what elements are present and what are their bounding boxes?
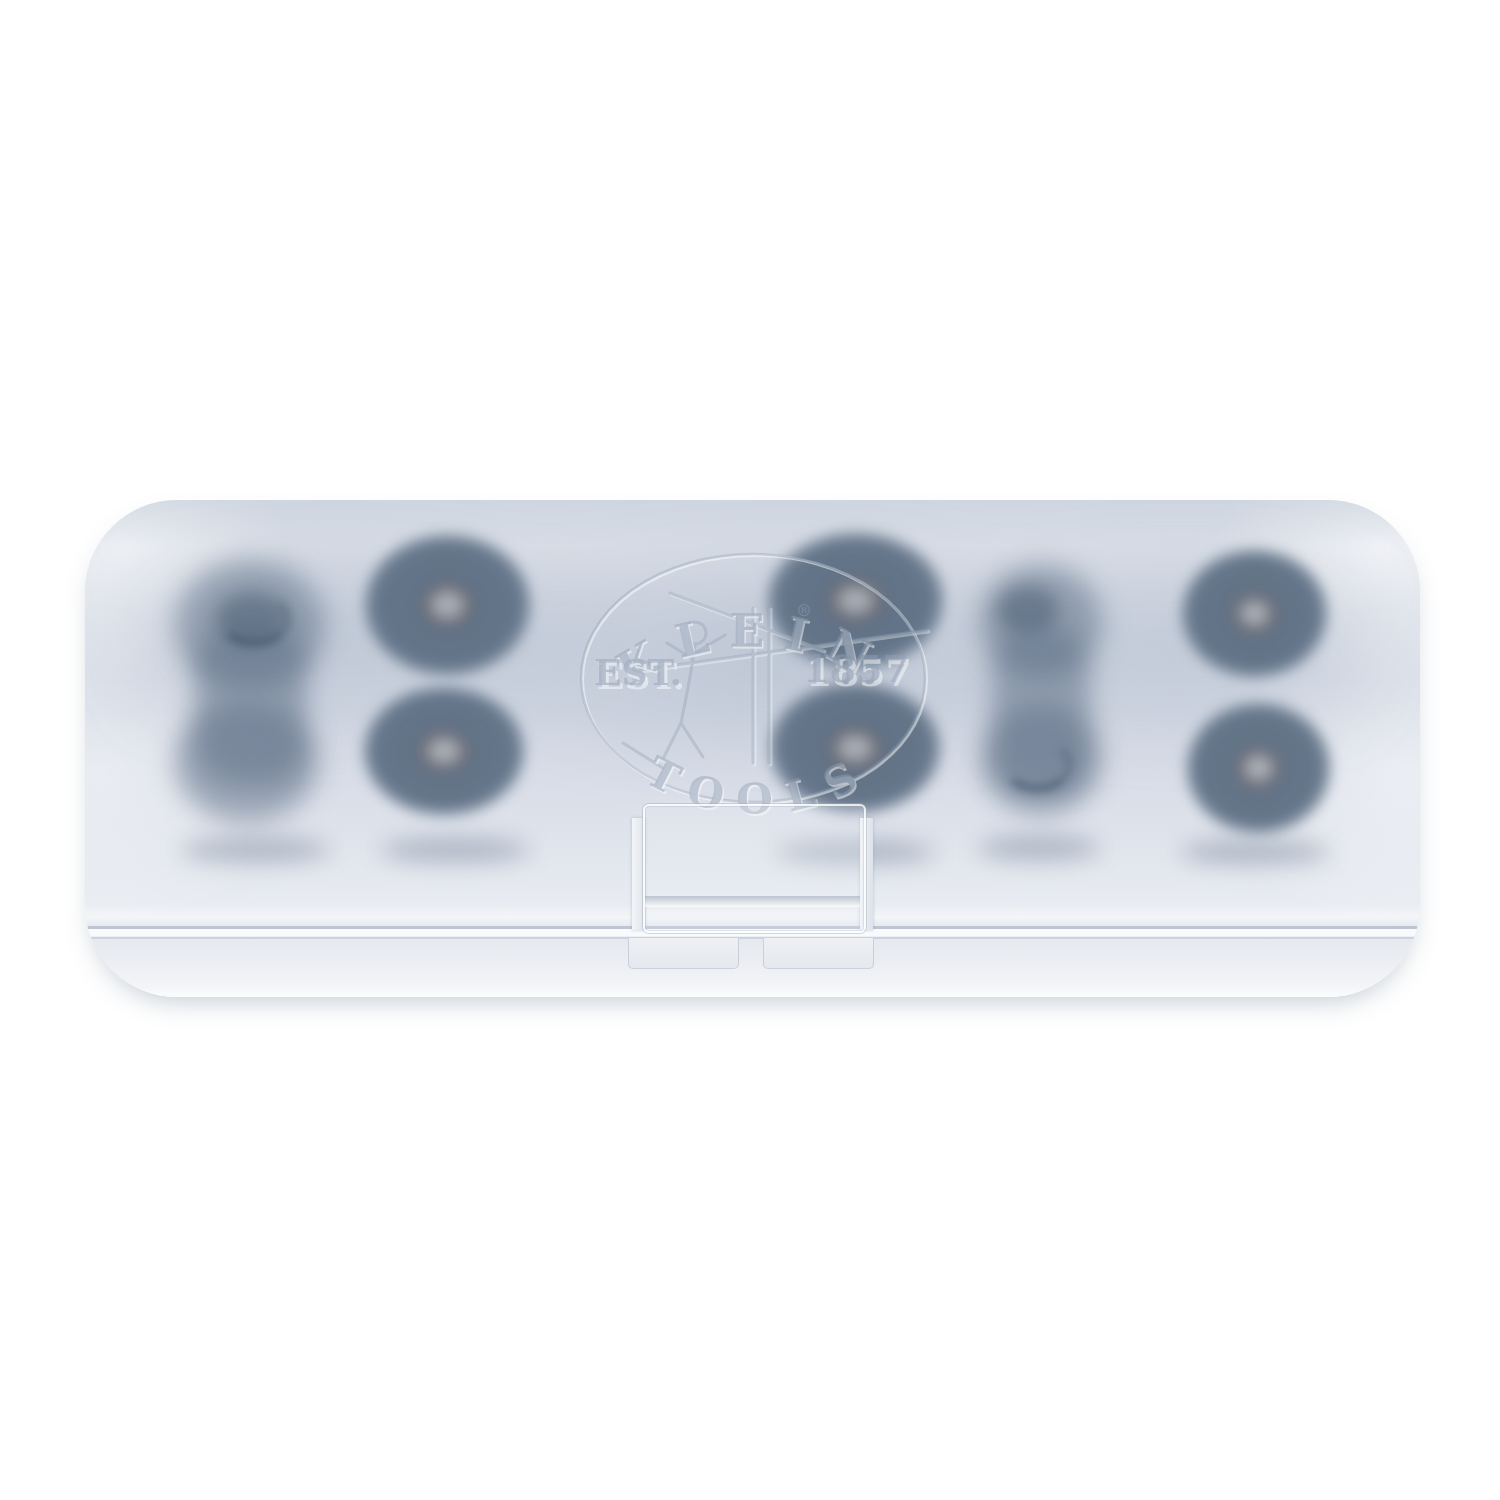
product-photo: KLEIN KLEIN ® EST. EST. 1857 1857 TOOLS … — [0, 0, 1500, 1500]
silicone-tip-left-rim — [217, 592, 291, 646]
latch-base-notch-left — [628, 938, 739, 969]
case-bottom-fade — [85, 987, 1420, 997]
latch-tab — [643, 804, 866, 933]
embossed-brand-logo: KLEIN KLEIN ® EST. EST. 1857 1857 TOOLS … — [473, 513, 1033, 843]
logo-year: 1857 — [803, 646, 909, 691]
foam-ear-tip-top-right — [1182, 550, 1327, 677]
silicone-tip-stack-left-bottom-dome — [175, 702, 317, 822]
ear-tip-storage-case: KLEIN KLEIN ® EST. EST. 1857 1857 TOOLS … — [85, 500, 1420, 997]
foam-ear-tip-bottom-right — [1187, 703, 1330, 833]
registered-mark: ® — [796, 601, 812, 620]
tray-shadow — [180, 838, 330, 862]
tray-shadow — [1180, 840, 1330, 864]
latch-base-notch-right — [763, 938, 874, 969]
logo-est: EST. — [594, 651, 682, 693]
latch-catch-bar — [645, 896, 860, 907]
